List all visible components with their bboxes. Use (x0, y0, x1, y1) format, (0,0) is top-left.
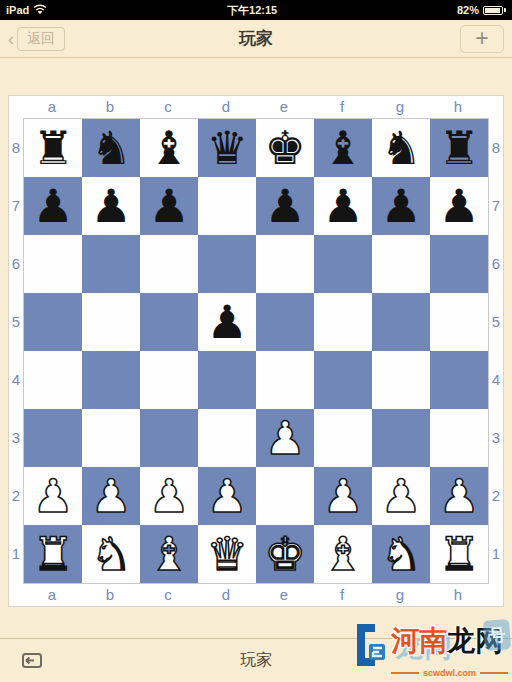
black-rook[interactable]: ♜ (32, 119, 73, 177)
rank-label-8: 8 (9, 118, 23, 176)
rank-labels-right: 87654321 (489, 118, 503, 584)
square-b1[interactable]: ♞ (82, 525, 140, 583)
white-pawn[interactable]: ♟ (32, 467, 73, 525)
file-label-d: d (197, 584, 255, 606)
back-chevron-icon: ‹ (8, 30, 14, 48)
rank-label-3: 3 (9, 408, 23, 466)
white-rook[interactable]: ♜ (438, 525, 479, 583)
black-king[interactable]: ♚ (264, 119, 305, 177)
square-b3[interactable] (82, 409, 140, 467)
white-pawn[interactable]: ♟ (264, 409, 305, 467)
move-to-folder-button[interactable] (18, 651, 44, 671)
black-pawn[interactable]: ♟ (322, 177, 363, 235)
square-d6[interactable] (198, 235, 256, 293)
battery-icon (483, 6, 503, 15)
square-g1[interactable]: ♞ (372, 525, 430, 583)
white-queen[interactable]: ♛ (206, 525, 247, 583)
square-g6[interactable] (372, 235, 430, 293)
square-e1[interactable]: ♚ (256, 525, 314, 583)
square-b5[interactable] (82, 293, 140, 351)
file-labels-bottom: abcdefgh (9, 584, 503, 606)
square-c4[interactable] (140, 351, 198, 409)
square-a8[interactable]: ♜ (24, 119, 82, 177)
square-a1[interactable]: ♜ (24, 525, 82, 583)
file-label-e: e (255, 584, 313, 606)
white-knight[interactable]: ♞ (380, 525, 421, 583)
square-d1[interactable]: ♛ (198, 525, 256, 583)
square-e2[interactable] (256, 467, 314, 525)
rank-labels-left: 87654321 (9, 118, 23, 584)
square-f2[interactable]: ♟ (314, 467, 372, 525)
black-knight[interactable]: ♞ (380, 119, 421, 177)
square-g5[interactable] (372, 293, 430, 351)
white-pawn[interactable]: ♟ (148, 467, 189, 525)
square-c1[interactable]: ♝ (140, 525, 198, 583)
white-pawn[interactable]: ♟ (90, 467, 131, 525)
square-b2[interactable]: ♟ (82, 467, 140, 525)
square-f7[interactable]: ♟ (314, 177, 372, 235)
square-h5[interactable] (430, 293, 488, 351)
file-label-f: f (313, 584, 371, 606)
file-label-c: c (139, 96, 197, 118)
square-g4[interactable] (372, 351, 430, 409)
square-h2[interactable]: ♟ (430, 467, 488, 525)
square-e3[interactable]: ♟ (256, 409, 314, 467)
black-bishop[interactable]: ♝ (322, 119, 363, 177)
square-g8[interactable]: ♞ (372, 119, 430, 177)
square-d2[interactable]: ♟ (198, 467, 256, 525)
square-f6[interactable] (314, 235, 372, 293)
square-e4[interactable] (256, 351, 314, 409)
square-c3[interactable] (140, 409, 198, 467)
square-g3[interactable] (372, 409, 430, 467)
square-f8[interactable]: ♝ (314, 119, 372, 177)
square-g2[interactable]: ♟ (372, 467, 430, 525)
file-label-h: h (429, 96, 487, 118)
rank-label-1: 1 (9, 524, 23, 582)
square-b7[interactable]: ♟ (82, 177, 140, 235)
square-a6[interactable] (24, 235, 82, 293)
black-pawn[interactable]: ♟ (380, 177, 421, 235)
status-bar: iPad 下午12:15 82% (0, 0, 512, 20)
square-h6[interactable] (430, 235, 488, 293)
square-e8[interactable]: ♚ (256, 119, 314, 177)
square-c7[interactable]: ♟ (140, 177, 198, 235)
square-e6[interactable] (256, 235, 314, 293)
square-a3[interactable] (24, 409, 82, 467)
square-d4[interactable] (198, 351, 256, 409)
square-c2[interactable]: ♟ (140, 467, 198, 525)
square-g7[interactable]: ♟ (372, 177, 430, 235)
rank-label-2: 2 (9, 466, 23, 524)
square-d5[interactable]: ♟ (198, 293, 256, 351)
rank-label-4: 4 (489, 350, 503, 408)
rank-label-5: 5 (9, 292, 23, 350)
board-grid: ♜♞♝♛♚♝♞♜♟♟♟♟♟♟♟♟♟♟♟♟♟♟♟♟♜♞♝♛♚♝♞♜ (23, 118, 489, 584)
black-pawn[interactable]: ♟ (438, 177, 479, 235)
white-bishop[interactable]: ♝ (148, 525, 189, 583)
white-knight[interactable]: ♞ (90, 525, 131, 583)
device-label: iPad (6, 4, 29, 16)
wifi-icon (33, 4, 47, 17)
add-button[interactable]: + (460, 25, 504, 53)
battery-percent: 82% (457, 4, 479, 16)
file-label-e: e (255, 96, 313, 118)
square-d3[interactable] (198, 409, 256, 467)
square-d8[interactable]: ♛ (198, 119, 256, 177)
square-c5[interactable] (140, 293, 198, 351)
white-pawn[interactable]: ♟ (438, 467, 479, 525)
black-pawn[interactable]: ♟ (32, 177, 73, 235)
rank-label-7: 7 (489, 176, 503, 234)
folder-arrow-icon (18, 651, 44, 671)
rank-label-8: 8 (489, 118, 503, 176)
square-c6[interactable] (140, 235, 198, 293)
black-knight[interactable]: ♞ (90, 119, 131, 177)
back-button[interactable]: ‹ 返回 (8, 27, 65, 51)
white-bishop[interactable]: ♝ (322, 525, 363, 583)
file-label-h: h (429, 584, 487, 606)
rank-label-3: 3 (489, 408, 503, 466)
square-e7[interactable]: ♟ (256, 177, 314, 235)
white-pawn[interactable]: ♟ (322, 467, 363, 525)
black-rook[interactable]: ♜ (438, 119, 479, 177)
square-h4[interactable] (430, 351, 488, 409)
file-label-f: f (313, 96, 371, 118)
file-label-c: c (139, 584, 197, 606)
square-h8[interactable]: ♜ (430, 119, 488, 177)
toolbar-title: 玩家 (0, 650, 512, 671)
square-h1[interactable]: ♜ (430, 525, 488, 583)
square-f5[interactable] (314, 293, 372, 351)
file-label-g: g (371, 584, 429, 606)
rank-label-2: 2 (489, 466, 503, 524)
bottom-toolbar: 玩家 (0, 638, 512, 682)
file-labels-top: abcdefgh (9, 96, 503, 118)
chess-board: abcdefgh 87654321 ♜♞♝♛♚♝♞♜♟♟♟♟♟♟♟♟♟♟♟♟♟♟… (8, 95, 504, 607)
square-h7[interactable]: ♟ (430, 177, 488, 235)
square-a2[interactable]: ♟ (24, 467, 82, 525)
file-label-a: a (23, 96, 81, 118)
rank-label-5: 5 (489, 292, 503, 350)
black-bishop[interactable]: ♝ (148, 119, 189, 177)
square-f3[interactable] (314, 409, 372, 467)
black-pawn[interactable]: ♟ (90, 177, 131, 235)
rank-label-6: 6 (9, 234, 23, 292)
black-pawn[interactable]: ♟ (264, 177, 305, 235)
back-button-label: 返回 (17, 27, 65, 51)
square-d7[interactable] (198, 177, 256, 235)
nav-bar: ‹ 返回 玩家 + (0, 20, 512, 58)
file-label-a: a (23, 584, 81, 606)
square-f4[interactable] (314, 351, 372, 409)
white-pawn[interactable]: ♟ (206, 467, 247, 525)
square-b6[interactable] (82, 235, 140, 293)
black-queen[interactable]: ♛ (206, 119, 247, 177)
white-pawn[interactable]: ♟ (380, 467, 421, 525)
rank-label-4: 4 (9, 350, 23, 408)
square-b8[interactable]: ♞ (82, 119, 140, 177)
square-a4[interactable] (24, 351, 82, 409)
file-label-g: g (371, 96, 429, 118)
black-pawn[interactable]: ♟ (206, 293, 247, 351)
rank-label-1: 1 (489, 524, 503, 582)
black-pawn[interactable]: ♟ (148, 177, 189, 235)
page-title: 玩家 (0, 27, 512, 50)
white-rook[interactable]: ♜ (32, 525, 73, 583)
file-label-b: b (81, 584, 139, 606)
white-king[interactable]: ♚ (264, 525, 305, 583)
file-label-d: d (197, 96, 255, 118)
square-f1[interactable]: ♝ (314, 525, 372, 583)
square-a5[interactable] (24, 293, 82, 351)
square-b4[interactable] (82, 351, 140, 409)
file-label-b: b (81, 96, 139, 118)
square-h3[interactable] (430, 409, 488, 467)
rank-label-6: 6 (489, 234, 503, 292)
square-c8[interactable]: ♝ (140, 119, 198, 177)
square-a7[interactable]: ♟ (24, 177, 82, 235)
clock: 下午12:15 (227, 3, 277, 18)
square-e5[interactable] (256, 293, 314, 351)
rank-label-7: 7 (9, 176, 23, 234)
